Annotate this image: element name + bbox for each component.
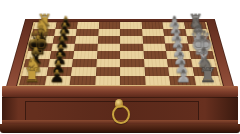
box-top-rim bbox=[2, 86, 238, 97]
square-a3 bbox=[141, 22, 163, 29]
square-h8: ♜ bbox=[19, 76, 46, 85]
square-h7: ♟ bbox=[44, 76, 70, 85]
square-c5 bbox=[97, 36, 120, 43]
square-b3 bbox=[142, 29, 165, 36]
square-g5 bbox=[95, 67, 120, 76]
square-f3 bbox=[144, 59, 169, 67]
square-c4 bbox=[120, 36, 143, 43]
square-d5 bbox=[97, 43, 120, 51]
square-a5 bbox=[98, 22, 120, 29]
square-d4 bbox=[120, 43, 143, 51]
square-c6 bbox=[75, 36, 98, 43]
square-e6 bbox=[73, 51, 97, 59]
square-h6 bbox=[70, 76, 96, 85]
square-f4 bbox=[120, 59, 144, 67]
brass-ring-handle bbox=[108, 99, 130, 122]
chess-board: ♜♟♟♜♞♟♟♞♝♟♟♝♛♟♟♛♚♟♟♚♝♟♟♝♞♟♟♞♜♟♟♜ bbox=[19, 22, 221, 85]
square-c3 bbox=[142, 36, 165, 43]
square-e3 bbox=[143, 51, 167, 59]
square-h3 bbox=[145, 76, 171, 85]
square-h4 bbox=[120, 76, 145, 85]
square-h2: ♟ bbox=[169, 76, 195, 85]
square-a4 bbox=[120, 22, 142, 29]
square-b5 bbox=[98, 29, 120, 36]
square-h5 bbox=[95, 76, 120, 85]
square-f5 bbox=[96, 59, 120, 67]
square-d3 bbox=[143, 43, 167, 51]
handle-ring-icon bbox=[112, 105, 130, 124]
chess-set-photo: ♜♟♟♜♞♟♟♞♝♟♟♝♛♟♟♛♚♟♟♚♝♟♟♝♞♟♟♞♜♟♟♜ bbox=[0, 0, 240, 134]
square-h1: ♜ bbox=[194, 76, 221, 85]
molding-base bbox=[0, 124, 240, 133]
square-e5 bbox=[96, 51, 120, 59]
piece-black-pawn: ♟ bbox=[50, 68, 65, 85]
square-b4 bbox=[120, 29, 142, 36]
square-a6 bbox=[77, 22, 99, 29]
square-g6 bbox=[71, 67, 96, 76]
square-d6 bbox=[74, 43, 98, 51]
square-g3 bbox=[144, 67, 169, 76]
square-e4 bbox=[120, 51, 144, 59]
chess-board-frame: ♜♟♟♜♞♟♟♞♝♟♟♝♛♟♟♛♚♟♟♚♝♟♟♝♞♟♟♞♜♟♟♜ bbox=[5, 19, 235, 90]
piece-white-pawn: ♟ bbox=[175, 68, 190, 85]
piece-white-rook: ♜ bbox=[199, 65, 217, 85]
square-f6 bbox=[72, 59, 97, 67]
piece-black-rook: ♜ bbox=[23, 65, 41, 85]
square-b6 bbox=[76, 29, 99, 36]
square-g4 bbox=[120, 67, 145, 76]
